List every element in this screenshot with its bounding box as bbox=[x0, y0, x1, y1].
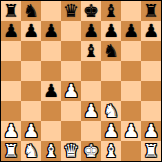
square-f4[interactable] bbox=[101, 81, 121, 101]
piece-black-pawn[interactable]: ♟ bbox=[43, 21, 59, 41]
square-a6[interactable] bbox=[1, 41, 21, 61]
piece-black-pawn[interactable]: ♟ bbox=[143, 21, 159, 41]
piece-black-pawn[interactable]: ♟ bbox=[3, 21, 19, 41]
square-g5[interactable] bbox=[121, 61, 141, 81]
square-h6[interactable] bbox=[141, 41, 161, 61]
square-c6[interactable] bbox=[41, 41, 61, 61]
square-c4[interactable]: ♟ bbox=[41, 81, 61, 101]
piece-white-rook[interactable]: ♜ bbox=[3, 141, 19, 161]
square-f8[interactable]: ♝ bbox=[101, 1, 121, 21]
square-d1[interactable]: ♛ bbox=[61, 141, 81, 161]
square-a5[interactable] bbox=[1, 61, 21, 81]
square-d5[interactable] bbox=[61, 61, 81, 81]
square-g1[interactable] bbox=[121, 141, 141, 161]
piece-white-bishop[interactable]: ♝ bbox=[103, 141, 119, 161]
square-h3[interactable] bbox=[141, 101, 161, 121]
piece-white-king[interactable]: ♚ bbox=[83, 141, 99, 161]
square-b4[interactable] bbox=[21, 81, 41, 101]
square-c2[interactable] bbox=[41, 121, 61, 141]
square-e2[interactable] bbox=[81, 121, 101, 141]
piece-black-bishop[interactable]: ♝ bbox=[103, 1, 119, 21]
piece-black-king[interactable]: ♚ bbox=[83, 1, 99, 21]
square-a7[interactable]: ♟ bbox=[1, 21, 21, 41]
square-f2[interactable]: ♟ bbox=[101, 121, 121, 141]
square-h5[interactable] bbox=[141, 61, 161, 81]
square-h2[interactable]: ♟ bbox=[141, 121, 161, 141]
square-g6[interactable] bbox=[121, 41, 141, 61]
chess-board: ♜♞♛♚♝♜♟♟♟♟♟♟♟♝♞♟♟♟♞♟♟♟♟♟♜♞♝♛♚♝♜ bbox=[0, 0, 162, 162]
square-c3[interactable] bbox=[41, 101, 61, 121]
piece-black-rook[interactable]: ♜ bbox=[143, 1, 159, 21]
square-a8[interactable]: ♜ bbox=[1, 1, 21, 21]
square-d6[interactable] bbox=[61, 41, 81, 61]
square-h4[interactable] bbox=[141, 81, 161, 101]
square-h7[interactable]: ♟ bbox=[141, 21, 161, 41]
piece-black-pawn[interactable]: ♟ bbox=[83, 21, 99, 41]
square-b3[interactable] bbox=[21, 101, 41, 121]
square-d2[interactable] bbox=[61, 121, 81, 141]
square-f6[interactable]: ♞ bbox=[101, 41, 121, 61]
piece-black-rook[interactable]: ♜ bbox=[3, 1, 19, 21]
square-c7[interactable]: ♟ bbox=[41, 21, 61, 41]
piece-white-queen[interactable]: ♛ bbox=[63, 141, 79, 161]
square-g8[interactable] bbox=[121, 1, 141, 21]
piece-white-pawn[interactable]: ♟ bbox=[123, 121, 139, 141]
piece-black-knight[interactable]: ♞ bbox=[23, 1, 39, 21]
square-h8[interactable]: ♜ bbox=[141, 1, 161, 21]
chess-board-container: ♜♞♛♚♝♜♟♟♟♟♟♟♟♝♞♟♟♟♞♟♟♟♟♟♜♞♝♛♚♝♜ bbox=[0, 0, 162, 162]
piece-white-pawn[interactable]: ♟ bbox=[63, 81, 79, 101]
piece-black-pawn[interactable]: ♟ bbox=[103, 21, 119, 41]
square-b1[interactable]: ♞ bbox=[21, 141, 41, 161]
square-g7[interactable]: ♟ bbox=[121, 21, 141, 41]
square-g4[interactable] bbox=[121, 81, 141, 101]
square-b8[interactable]: ♞ bbox=[21, 1, 41, 21]
square-f5[interactable] bbox=[101, 61, 121, 81]
piece-black-pawn[interactable]: ♟ bbox=[43, 81, 59, 101]
piece-white-pawn[interactable]: ♟ bbox=[103, 121, 119, 141]
square-g3[interactable] bbox=[121, 101, 141, 121]
square-d7[interactable] bbox=[61, 21, 81, 41]
square-a3[interactable] bbox=[1, 101, 21, 121]
square-b6[interactable] bbox=[21, 41, 41, 61]
square-c5[interactable] bbox=[41, 61, 61, 81]
square-d3[interactable] bbox=[61, 101, 81, 121]
piece-white-knight[interactable]: ♞ bbox=[23, 141, 39, 161]
piece-black-queen[interactable]: ♛ bbox=[63, 1, 79, 21]
square-b5[interactable] bbox=[21, 61, 41, 81]
square-e5[interactable] bbox=[81, 61, 101, 81]
square-b7[interactable]: ♟ bbox=[21, 21, 41, 41]
piece-white-pawn[interactable]: ♟ bbox=[143, 121, 159, 141]
square-d8[interactable]: ♛ bbox=[61, 1, 81, 21]
square-a2[interactable]: ♟ bbox=[1, 121, 21, 141]
square-e3[interactable]: ♟ bbox=[81, 101, 101, 121]
square-f7[interactable]: ♟ bbox=[101, 21, 121, 41]
square-g2[interactable]: ♟ bbox=[121, 121, 141, 141]
piece-black-knight[interactable]: ♞ bbox=[103, 41, 119, 61]
square-h1[interactable]: ♜ bbox=[141, 141, 161, 161]
square-f1[interactable]: ♝ bbox=[101, 141, 121, 161]
square-a4[interactable] bbox=[1, 81, 21, 101]
piece-black-pawn[interactable]: ♟ bbox=[23, 21, 39, 41]
piece-white-pawn[interactable]: ♟ bbox=[23, 121, 39, 141]
square-d4[interactable]: ♟ bbox=[61, 81, 81, 101]
piece-white-bishop[interactable]: ♝ bbox=[43, 141, 59, 161]
piece-white-knight[interactable]: ♞ bbox=[103, 101, 119, 121]
square-c1[interactable]: ♝ bbox=[41, 141, 61, 161]
square-e7[interactable]: ♟ bbox=[81, 21, 101, 41]
square-e1[interactable]: ♚ bbox=[81, 141, 101, 161]
piece-white-pawn[interactable]: ♟ bbox=[3, 121, 19, 141]
square-b2[interactable]: ♟ bbox=[21, 121, 41, 141]
piece-black-pawn[interactable]: ♟ bbox=[123, 21, 139, 41]
square-c8[interactable] bbox=[41, 1, 61, 21]
square-e8[interactable]: ♚ bbox=[81, 1, 101, 21]
square-a1[interactable]: ♜ bbox=[1, 141, 21, 161]
piece-white-pawn[interactable]: ♟ bbox=[83, 101, 99, 121]
piece-black-bishop[interactable]: ♝ bbox=[83, 41, 99, 61]
square-e4[interactable] bbox=[81, 81, 101, 101]
piece-white-rook[interactable]: ♜ bbox=[143, 141, 159, 161]
square-e6[interactable]: ♝ bbox=[81, 41, 101, 61]
square-f3[interactable]: ♞ bbox=[101, 101, 121, 121]
